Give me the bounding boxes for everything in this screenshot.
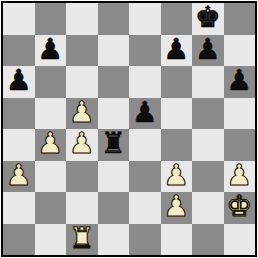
square-d1[interactable] <box>98 224 130 256</box>
square-a6[interactable]: ♟ <box>3 66 35 98</box>
white-pawn[interactable]: ♟ <box>69 129 95 158</box>
square-f3[interactable]: ♟ <box>161 161 193 193</box>
square-h2[interactable]: ♚ <box>224 192 256 224</box>
square-b1[interactable] <box>35 224 67 256</box>
square-e4[interactable] <box>129 129 161 161</box>
black-pawn[interactable]: ♟ <box>6 66 32 95</box>
square-e6[interactable] <box>129 66 161 98</box>
square-a5[interactable] <box>3 98 35 130</box>
black-pawn[interactable]: ♟ <box>132 98 158 127</box>
black-pawn[interactable]: ♟ <box>163 35 189 64</box>
square-d3[interactable] <box>98 161 130 193</box>
square-b6[interactable] <box>35 66 67 98</box>
square-d4[interactable]: ♜ <box>98 129 130 161</box>
square-b3[interactable] <box>35 161 67 193</box>
square-f1[interactable] <box>161 224 193 256</box>
square-a8[interactable] <box>3 3 35 35</box>
white-pawn[interactable]: ♟ <box>37 129 63 158</box>
square-e7[interactable] <box>129 35 161 67</box>
square-c3[interactable] <box>66 161 98 193</box>
square-c2[interactable] <box>66 192 98 224</box>
square-f4[interactable] <box>161 129 193 161</box>
black-rook[interactable]: ♜ <box>100 129 126 158</box>
square-e3[interactable] <box>129 161 161 193</box>
square-h4[interactable] <box>224 129 256 161</box>
square-e2[interactable] <box>129 192 161 224</box>
square-a4[interactable] <box>3 129 35 161</box>
square-d5[interactable] <box>98 98 130 130</box>
square-c5[interactable]: ♟ <box>66 98 98 130</box>
square-c7[interactable] <box>66 35 98 67</box>
square-d2[interactable] <box>98 192 130 224</box>
square-a7[interactable] <box>3 35 35 67</box>
square-d6[interactable] <box>98 66 130 98</box>
black-pawn[interactable]: ♟ <box>226 66 252 95</box>
square-h8[interactable] <box>224 3 256 35</box>
white-pawn[interactable]: ♟ <box>69 98 95 127</box>
square-g7[interactable]: ♟ <box>192 35 224 67</box>
square-f6[interactable] <box>161 66 193 98</box>
square-b2[interactable] <box>35 192 67 224</box>
square-f7[interactable]: ♟ <box>161 35 193 67</box>
white-pawn[interactable]: ♟ <box>6 161 32 190</box>
square-b7[interactable]: ♟ <box>35 35 67 67</box>
square-b4[interactable]: ♟ <box>35 129 67 161</box>
square-c6[interactable] <box>66 66 98 98</box>
white-king[interactable]: ♚ <box>226 192 252 221</box>
square-d7[interactable] <box>98 35 130 67</box>
square-a2[interactable] <box>3 192 35 224</box>
square-g6[interactable] <box>192 66 224 98</box>
square-g1[interactable] <box>192 224 224 256</box>
square-h7[interactable] <box>224 35 256 67</box>
square-f5[interactable] <box>161 98 193 130</box>
square-g4[interactable] <box>192 129 224 161</box>
square-h6[interactable]: ♟ <box>224 66 256 98</box>
square-a3[interactable]: ♟ <box>3 161 35 193</box>
square-c8[interactable] <box>66 3 98 35</box>
square-f2[interactable]: ♟ <box>161 192 193 224</box>
square-b5[interactable] <box>35 98 67 130</box>
square-e1[interactable] <box>129 224 161 256</box>
square-e5[interactable]: ♟ <box>129 98 161 130</box>
square-f8[interactable] <box>161 3 193 35</box>
black-king[interactable]: ♚ <box>195 3 221 32</box>
square-e8[interactable] <box>129 3 161 35</box>
square-g2[interactable] <box>192 192 224 224</box>
square-h5[interactable] <box>224 98 256 130</box>
square-g5[interactable] <box>192 98 224 130</box>
square-h3[interactable]: ♟ <box>224 161 256 193</box>
square-d8[interactable] <box>98 3 130 35</box>
square-g8[interactable]: ♚ <box>192 3 224 35</box>
white-pawn[interactable]: ♟ <box>163 192 189 221</box>
square-b8[interactable] <box>35 3 67 35</box>
white-rook[interactable]: ♜ <box>69 224 95 253</box>
square-a1[interactable] <box>3 224 35 256</box>
square-c1[interactable]: ♜ <box>66 224 98 256</box>
square-h1[interactable] <box>224 224 256 256</box>
square-c4[interactable]: ♟ <box>66 129 98 161</box>
square-g3[interactable] <box>192 161 224 193</box>
white-pawn[interactable]: ♟ <box>226 161 252 190</box>
black-pawn[interactable]: ♟ <box>195 35 221 64</box>
chess-board-window: ♚♟♟♟♟♟♟♟♟♟♜♟♟♟♟♚♜ <box>0 0 258 258</box>
board-frame: ♚♟♟♟♟♟♟♟♟♟♜♟♟♟♟♚♜ <box>1 1 257 257</box>
chess-board: ♚♟♟♟♟♟♟♟♟♟♜♟♟♟♟♚♜ <box>3 3 255 255</box>
black-pawn[interactable]: ♟ <box>37 35 63 64</box>
white-pawn[interactable]: ♟ <box>163 161 189 190</box>
